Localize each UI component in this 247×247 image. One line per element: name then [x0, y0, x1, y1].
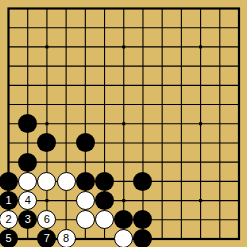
black-stone — [95, 172, 114, 191]
move-number-label: 7 — [44, 233, 50, 244]
black-stone — [0, 172, 18, 191]
point-12-2 — [210, 18, 229, 37]
black-stone — [133, 210, 152, 229]
point-9-3 — [153, 37, 172, 56]
point-11-4 — [191, 57, 210, 76]
go-board: 14236578 — [0, 0, 247, 247]
point-6-10 — [95, 172, 114, 191]
point-12-3 — [210, 37, 229, 56]
point-8-5 — [133, 76, 152, 95]
point-3-3 — [37, 37, 56, 56]
white-stone — [76, 210, 95, 229]
black-stone — [133, 229, 152, 247]
point-7-3 — [114, 37, 133, 56]
point-10-13 — [172, 229, 191, 247]
point-13-9 — [229, 153, 247, 172]
point-5-6 — [76, 95, 95, 114]
point-11-12 — [191, 210, 210, 229]
point-6-11 — [95, 191, 114, 210]
point-7-12 — [114, 210, 133, 229]
point-1-6 — [0, 95, 18, 114]
point-2-13 — [18, 229, 37, 247]
point-7-2 — [114, 18, 133, 37]
point-10-11 — [172, 191, 191, 210]
point-7-1 — [114, 0, 133, 18]
point-10-1 — [172, 0, 191, 18]
point-11-11 — [191, 191, 210, 210]
point-5-7 — [76, 114, 95, 133]
point-7-4 — [114, 57, 133, 76]
point-8-12 — [133, 210, 152, 229]
point-11-9 — [191, 153, 210, 172]
move-number-label: 4 — [25, 195, 31, 206]
point-1-9 — [0, 153, 18, 172]
point-4-6 — [57, 95, 76, 114]
white-stone — [57, 172, 76, 191]
point-7-6 — [114, 95, 133, 114]
point-9-6 — [153, 95, 172, 114]
point-3-12: 6 — [37, 210, 56, 229]
point-10-10 — [172, 172, 191, 191]
white-stone — [18, 172, 37, 191]
point-10-9 — [172, 153, 191, 172]
point-13-4 — [229, 57, 247, 76]
point-9-10 — [153, 172, 172, 191]
point-5-3 — [76, 37, 95, 56]
white-stone — [95, 210, 114, 229]
point-13-1 — [229, 0, 247, 18]
point-10-5 — [172, 76, 191, 95]
point-5-10 — [76, 172, 95, 191]
point-6-1 — [95, 0, 114, 18]
point-11-8 — [191, 133, 210, 152]
point-10-12 — [172, 210, 191, 229]
point-6-9 — [95, 153, 114, 172]
point-5-5 — [76, 76, 95, 95]
point-11-7 — [191, 114, 210, 133]
point-2-8 — [18, 133, 37, 152]
white-stone: 6 — [37, 210, 56, 229]
point-4-7 — [57, 114, 76, 133]
point-6-3 — [95, 37, 114, 56]
point-2-10 — [18, 172, 37, 191]
point-1-10 — [0, 172, 18, 191]
point-3-10 — [37, 172, 56, 191]
point-5-8 — [76, 133, 95, 152]
point-10-7 — [172, 114, 191, 133]
point-1-11: 1 — [0, 191, 18, 210]
point-1-13: 5 — [0, 229, 18, 247]
point-9-11 — [153, 191, 172, 210]
point-8-11 — [133, 191, 152, 210]
black-stone — [18, 114, 37, 133]
point-9-5 — [153, 76, 172, 95]
point-9-4 — [153, 57, 172, 76]
point-9-9 — [153, 153, 172, 172]
point-5-12 — [76, 210, 95, 229]
point-9-2 — [153, 18, 172, 37]
point-12-6 — [210, 95, 229, 114]
point-3-9 — [37, 153, 56, 172]
point-13-13 — [229, 229, 247, 247]
move-number-label: 3 — [25, 214, 31, 225]
point-13-6 — [229, 95, 247, 114]
point-6-6 — [95, 95, 114, 114]
point-3-6 — [37, 95, 56, 114]
point-6-2 — [95, 18, 114, 37]
point-7-10 — [114, 172, 133, 191]
white-stone: 8 — [57, 229, 76, 247]
point-12-1 — [210, 0, 229, 18]
point-2-12: 3 — [18, 210, 37, 229]
point-3-11 — [37, 191, 56, 210]
point-10-6 — [172, 95, 191, 114]
point-8-1 — [133, 0, 152, 18]
point-1-12: 2 — [0, 210, 18, 229]
point-3-1 — [37, 0, 56, 18]
point-3-2 — [37, 18, 56, 37]
point-4-13: 8 — [57, 229, 76, 247]
point-2-5 — [18, 76, 37, 95]
point-10-8 — [172, 133, 191, 152]
point-5-11 — [76, 191, 95, 210]
point-13-7 — [229, 114, 247, 133]
point-8-7 — [133, 114, 152, 133]
point-3-4 — [37, 57, 56, 76]
point-11-5 — [191, 76, 210, 95]
point-5-13 — [76, 229, 95, 247]
point-8-2 — [133, 18, 152, 37]
point-1-2 — [0, 18, 18, 37]
point-10-3 — [172, 37, 191, 56]
move-number-label: 5 — [5, 233, 11, 244]
point-4-4 — [57, 57, 76, 76]
black-stone — [114, 210, 133, 229]
white-stone: 2 — [0, 210, 18, 229]
point-1-5 — [0, 76, 18, 95]
point-7-7 — [114, 114, 133, 133]
point-6-12 — [95, 210, 114, 229]
point-11-10 — [191, 172, 210, 191]
point-2-3 — [18, 37, 37, 56]
point-7-5 — [114, 76, 133, 95]
point-6-4 — [95, 57, 114, 76]
point-1-4 — [0, 57, 18, 76]
point-12-5 — [210, 76, 229, 95]
point-6-8 — [95, 133, 114, 152]
point-7-8 — [114, 133, 133, 152]
point-9-7 — [153, 114, 172, 133]
point-1-7 — [0, 114, 18, 133]
point-8-3 — [133, 37, 152, 56]
white-stone — [37, 172, 56, 191]
black-stone — [37, 133, 56, 152]
point-1-8 — [0, 133, 18, 152]
point-3-7 — [37, 114, 56, 133]
black-stone — [18, 153, 37, 172]
point-8-10 — [133, 172, 152, 191]
point-10-4 — [172, 57, 191, 76]
point-12-10 — [210, 172, 229, 191]
point-11-3 — [191, 37, 210, 56]
point-5-1 — [76, 0, 95, 18]
point-4-1 — [57, 0, 76, 18]
point-13-3 — [229, 37, 247, 56]
point-3-8 — [37, 133, 56, 152]
point-12-7 — [210, 114, 229, 133]
point-8-4 — [133, 57, 152, 76]
point-12-9 — [210, 153, 229, 172]
black-stone: 3 — [18, 210, 37, 229]
point-2-4 — [18, 57, 37, 76]
point-2-2 — [18, 18, 37, 37]
point-4-11 — [57, 191, 76, 210]
black-stone — [95, 191, 114, 210]
point-3-5 — [37, 76, 56, 95]
point-6-5 — [95, 76, 114, 95]
point-4-10 — [57, 172, 76, 191]
point-12-12 — [210, 210, 229, 229]
point-8-9 — [133, 153, 152, 172]
point-12-13 — [210, 229, 229, 247]
point-7-9 — [114, 153, 133, 172]
white-stone: 4 — [18, 191, 37, 210]
point-4-2 — [57, 18, 76, 37]
point-9-13 — [153, 229, 172, 247]
point-5-9 — [76, 153, 95, 172]
point-12-11 — [210, 191, 229, 210]
point-7-13 — [114, 229, 133, 247]
point-13-11 — [229, 191, 247, 210]
go-board-diagram: 14236578 — [0, 0, 247, 247]
point-2-1 — [18, 0, 37, 18]
point-1-3 — [0, 37, 18, 56]
point-4-12 — [57, 210, 76, 229]
point-4-8 — [57, 133, 76, 152]
point-13-12 — [229, 210, 247, 229]
point-3-13: 7 — [37, 229, 56, 247]
move-number-label: 1 — [5, 195, 11, 206]
point-9-8 — [153, 133, 172, 152]
point-10-2 — [172, 18, 191, 37]
white-stone — [114, 229, 133, 247]
black-stone: 1 — [0, 191, 18, 210]
point-11-1 — [191, 0, 210, 18]
point-7-11 — [114, 191, 133, 210]
black-stone: 7 — [37, 229, 56, 247]
point-13-10 — [229, 172, 247, 191]
black-stone: 5 — [0, 229, 18, 247]
point-9-1 — [153, 0, 172, 18]
move-number-label: 6 — [44, 214, 50, 225]
point-2-6 — [18, 95, 37, 114]
point-12-8 — [210, 133, 229, 152]
point-5-4 — [76, 57, 95, 76]
point-2-11: 4 — [18, 191, 37, 210]
move-number-label: 8 — [63, 233, 69, 244]
black-stone — [76, 172, 95, 191]
white-stone — [76, 191, 95, 210]
point-6-13 — [95, 229, 114, 247]
point-4-9 — [57, 153, 76, 172]
point-4-3 — [57, 37, 76, 56]
point-8-13 — [133, 229, 152, 247]
point-12-4 — [210, 57, 229, 76]
point-8-6 — [133, 95, 152, 114]
point-5-2 — [76, 18, 95, 37]
point-13-5 — [229, 76, 247, 95]
point-11-13 — [191, 229, 210, 247]
move-number-label: 2 — [5, 214, 11, 225]
point-4-5 — [57, 76, 76, 95]
point-8-8 — [133, 133, 152, 152]
black-stone — [76, 133, 95, 152]
point-13-2 — [229, 18, 247, 37]
point-6-7 — [95, 114, 114, 133]
point-9-12 — [153, 210, 172, 229]
point-13-8 — [229, 133, 247, 152]
point-11-2 — [191, 18, 210, 37]
point-11-6 — [191, 95, 210, 114]
black-stone — [133, 172, 152, 191]
point-2-7 — [18, 114, 37, 133]
point-2-9 — [18, 153, 37, 172]
point-1-1 — [0, 0, 18, 18]
